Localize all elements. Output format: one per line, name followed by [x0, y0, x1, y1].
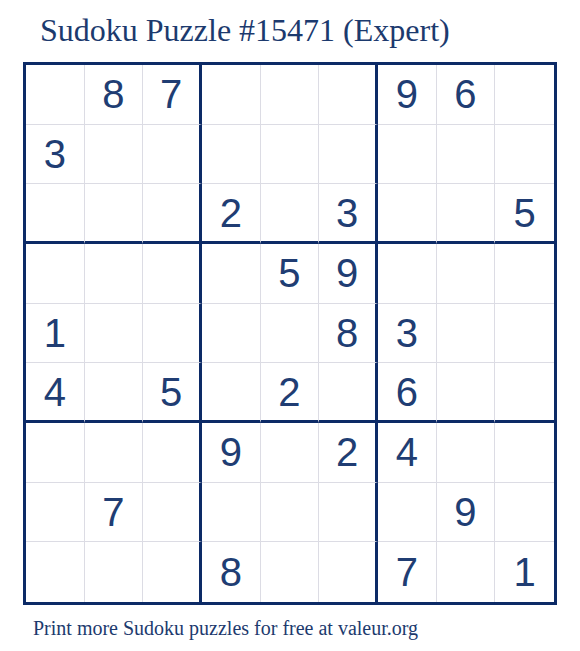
- cell-r1c3: 7: [143, 65, 202, 125]
- cell-r5c2: [85, 304, 144, 364]
- cell-r8c3: [143, 483, 202, 543]
- cell-r3c8: [437, 184, 496, 244]
- sudoku-page: Sudoku Puzzle #15471 (Expert) 8796323559…: [0, 0, 580, 651]
- cell-r3c3: [143, 184, 202, 244]
- cell-r6c9: [495, 363, 554, 423]
- cell-r2c4: [202, 125, 261, 185]
- cell-r3c2: [85, 184, 144, 244]
- cell-r6c2: [85, 363, 144, 423]
- cell-r2c8: [437, 125, 496, 185]
- cell-r4c9: [495, 244, 554, 304]
- cell-r3c6: 3: [319, 184, 378, 244]
- cell-r7c9: [495, 423, 554, 483]
- cell-r1c8: 6: [437, 65, 496, 125]
- cell-r8c5: [261, 483, 320, 543]
- cell-r2c3: [143, 125, 202, 185]
- cell-r1c6: [319, 65, 378, 125]
- cell-r2c7: [378, 125, 437, 185]
- cell-r8c4: [202, 483, 261, 543]
- cell-r7c4: 9: [202, 423, 261, 483]
- cell-r7c6: 2: [319, 423, 378, 483]
- cell-r5c3: [143, 304, 202, 364]
- cell-r9c3: [143, 542, 202, 602]
- cell-r4c5: 5: [261, 244, 320, 304]
- cell-r8c2: 7: [85, 483, 144, 543]
- cell-r4c6: 9: [319, 244, 378, 304]
- page-title: Sudoku Puzzle #15471 (Expert): [40, 12, 450, 49]
- cell-r2c2: [85, 125, 144, 185]
- cell-r9c7: 7: [378, 542, 437, 602]
- cell-r6c6: [319, 363, 378, 423]
- cell-r7c1: [26, 423, 85, 483]
- cell-r1c5: [261, 65, 320, 125]
- cell-r9c8: [437, 542, 496, 602]
- cell-r8c1: [26, 483, 85, 543]
- cell-r8c7: [378, 483, 437, 543]
- cell-r6c4: [202, 363, 261, 423]
- cell-r5c6: 8: [319, 304, 378, 364]
- cell-r5c5: [261, 304, 320, 364]
- cell-r5c9: [495, 304, 554, 364]
- cell-r3c5: [261, 184, 320, 244]
- cell-r7c3: [143, 423, 202, 483]
- cell-r1c2: 8: [85, 65, 144, 125]
- cell-r2c5: [261, 125, 320, 185]
- cell-r4c3: [143, 244, 202, 304]
- cell-r6c8: [437, 363, 496, 423]
- cell-r9c2: [85, 542, 144, 602]
- sudoku-board: 8796323559183452692479871: [23, 62, 557, 605]
- cell-r4c4: [202, 244, 261, 304]
- cell-r9c1: [26, 542, 85, 602]
- cell-r5c7: 3: [378, 304, 437, 364]
- cell-r8c6: [319, 483, 378, 543]
- cell-r7c8: [437, 423, 496, 483]
- cell-r7c5: [261, 423, 320, 483]
- cell-r4c1: [26, 244, 85, 304]
- cell-r5c4: [202, 304, 261, 364]
- cell-r2c9: [495, 125, 554, 185]
- cell-r9c9: 1: [495, 542, 554, 602]
- cell-r1c9: [495, 65, 554, 125]
- cell-r1c4: [202, 65, 261, 125]
- cell-r3c4: 2: [202, 184, 261, 244]
- cell-r4c7: [378, 244, 437, 304]
- cell-r6c5: 2: [261, 363, 320, 423]
- cell-r9c6: [319, 542, 378, 602]
- cell-r1c7: 9: [378, 65, 437, 125]
- cell-r3c9: 5: [495, 184, 554, 244]
- cell-r3c7: [378, 184, 437, 244]
- cell-r1c1: [26, 65, 85, 125]
- cell-r6c7: 6: [378, 363, 437, 423]
- cell-r2c1: 3: [26, 125, 85, 185]
- cell-r4c8: [437, 244, 496, 304]
- cell-r8c9: [495, 483, 554, 543]
- cell-r7c7: 4: [378, 423, 437, 483]
- cell-r6c3: 5: [143, 363, 202, 423]
- cell-r2c6: [319, 125, 378, 185]
- cell-r7c2: [85, 423, 144, 483]
- cell-r5c8: [437, 304, 496, 364]
- cell-r8c8: 9: [437, 483, 496, 543]
- footer-text: Print more Sudoku puzzles for free at va…: [33, 617, 418, 640]
- cell-r3c1: [26, 184, 85, 244]
- cell-r6c1: 4: [26, 363, 85, 423]
- cell-r4c2: [85, 244, 144, 304]
- cell-r5c1: 1: [26, 304, 85, 364]
- cell-r9c5: [261, 542, 320, 602]
- cell-r9c4: 8: [202, 542, 261, 602]
